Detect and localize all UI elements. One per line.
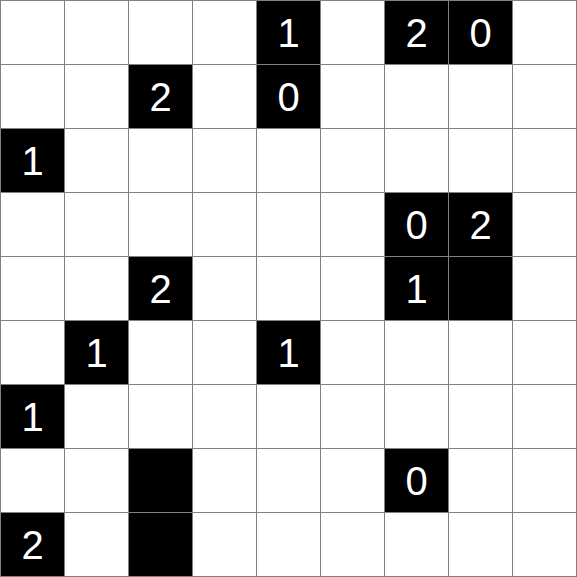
white-cell-r5c0[interactable] [1,321,64,384]
wall-clue-cell-r5c1: 1 [65,321,128,384]
white-cell-r5c5[interactable] [321,321,384,384]
white-cell-r5c8[interactable] [513,321,576,384]
white-cell-r7c3[interactable] [193,449,256,512]
white-cell-r3c4[interactable] [257,193,320,256]
white-cell-r3c3[interactable] [193,193,256,256]
white-cell-r2c5[interactable] [321,129,384,192]
wall-clue-cell-r7c6: 0 [385,449,448,512]
white-cell-r8c4[interactable] [257,513,320,576]
white-cell-r1c5[interactable] [321,65,384,128]
white-cell-r1c8[interactable] [513,65,576,128]
wall-clue-cell-r5c4: 1 [257,321,320,384]
white-cell-r0c8[interactable] [513,1,576,64]
white-cell-r8c1[interactable] [65,513,128,576]
white-cell-r6c3[interactable] [193,385,256,448]
wall-cell-r4c7 [449,257,512,320]
white-cell-r2c8[interactable] [513,129,576,192]
white-cell-r6c8[interactable] [513,385,576,448]
white-cell-r3c5[interactable] [321,193,384,256]
white-cell-r8c5[interactable] [321,513,384,576]
white-cell-r8c7[interactable] [449,513,512,576]
white-cell-r0c0[interactable] [1,1,64,64]
white-cell-r5c2[interactable] [129,321,192,384]
white-cell-r0c1[interactable] [65,1,128,64]
white-cell-r2c6[interactable] [385,129,448,192]
white-cell-r2c1[interactable] [65,129,128,192]
white-cell-r6c4[interactable] [257,385,320,448]
white-cell-r6c1[interactable] [65,385,128,448]
white-cell-r4c5[interactable] [321,257,384,320]
wall-clue-cell-r4c2: 2 [129,257,192,320]
white-cell-r0c5[interactable] [321,1,384,64]
white-cell-r8c8[interactable] [513,513,576,576]
wall-clue-cell-r0c6: 2 [385,1,448,64]
white-cell-r4c1[interactable] [65,257,128,320]
white-cell-r7c4[interactable] [257,449,320,512]
white-cell-r3c2[interactable] [129,193,192,256]
white-cell-r3c1[interactable] [65,193,128,256]
white-cell-r2c2[interactable] [129,129,192,192]
white-cell-r7c5[interactable] [321,449,384,512]
white-cell-r1c6[interactable] [385,65,448,128]
white-cell-r4c3[interactable] [193,257,256,320]
white-cell-r6c7[interactable] [449,385,512,448]
wall-clue-cell-r0c4: 1 [257,1,320,64]
white-cell-r1c1[interactable] [65,65,128,128]
white-cell-r8c6[interactable] [385,513,448,576]
white-cell-r1c3[interactable] [193,65,256,128]
white-cell-r6c6[interactable] [385,385,448,448]
white-cell-r5c6[interactable] [385,321,448,384]
wall-cell-r7c2 [129,449,192,512]
wall-clue-cell-r3c6: 0 [385,193,448,256]
wall-clue-cell-r1c4: 0 [257,65,320,128]
wall-clue-cell-r3c7: 2 [449,193,512,256]
white-cell-r3c0[interactable] [1,193,64,256]
wall-clue-cell-r2c0: 1 [1,129,64,192]
white-cell-r7c1[interactable] [65,449,128,512]
white-cell-r5c7[interactable] [449,321,512,384]
white-cell-r1c7[interactable] [449,65,512,128]
wall-cell-r8c2 [129,513,192,576]
white-cell-r4c4[interactable] [257,257,320,320]
white-cell-r2c7[interactable] [449,129,512,192]
white-cell-r6c5[interactable] [321,385,384,448]
white-cell-r7c7[interactable] [449,449,512,512]
white-cell-r1c0[interactable] [1,65,64,128]
white-cell-r5c3[interactable] [193,321,256,384]
white-cell-r3c8[interactable] [513,193,576,256]
akari-board: 120201022111102 [0,0,577,577]
white-cell-r0c2[interactable] [129,1,192,64]
white-cell-r8c3[interactable] [193,513,256,576]
white-cell-r0c3[interactable] [193,1,256,64]
wall-clue-cell-r0c7: 0 [449,1,512,64]
wall-clue-cell-r4c6: 1 [385,257,448,320]
wall-clue-cell-r8c0: 2 [1,513,64,576]
white-cell-r7c8[interactable] [513,449,576,512]
wall-clue-cell-r6c0: 1 [1,385,64,448]
white-cell-r6c2[interactable] [129,385,192,448]
wall-clue-cell-r1c2: 2 [129,65,192,128]
white-cell-r2c4[interactable] [257,129,320,192]
white-cell-r4c8[interactable] [513,257,576,320]
white-cell-r7c0[interactable] [1,449,64,512]
white-cell-r2c3[interactable] [193,129,256,192]
white-cell-r4c0[interactable] [1,257,64,320]
